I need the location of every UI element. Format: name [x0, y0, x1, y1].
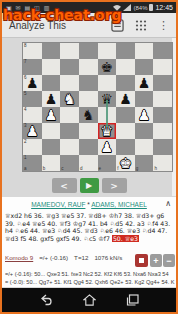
piece-white-g4: ♟ — [135, 107, 154, 123]
players-header: MAMEDOV, RAUF * ADAMS, MICHAEL — [0, 201, 178, 208]
autoplay-button[interactable]: ▶ — [80, 178, 99, 193]
square-e6[interactable] — [98, 75, 117, 91]
square-d1[interactable]: d — [79, 155, 98, 171]
square-h6[interactable] — [153, 75, 172, 91]
square-c4[interactable] — [60, 107, 79, 123]
square-f8[interactable] — [116, 43, 135, 59]
square-g6[interactable]: ♟ — [135, 75, 154, 91]
square-b8[interactable] — [42, 43, 61, 59]
clock: 12:45 — [155, 4, 173, 11]
black-player-name[interactable]: ADAMS, MICHAEL — [91, 201, 147, 208]
piece-black-f5: ♟ — [116, 91, 135, 107]
rank-label-8: 8 — [24, 43, 27, 48]
square-h2[interactable] — [153, 139, 172, 155]
file-label-h: h — [154, 166, 157, 171]
piece-white-b4: ♟ — [42, 107, 61, 123]
square-a1[interactable]: 1a — [23, 155, 42, 171]
square-d4[interactable]: ♞ — [79, 107, 98, 123]
board-margin-strip — [172, 37, 176, 196]
square-b7[interactable] — [42, 59, 61, 75]
engine-remove-line-button[interactable]: − — [163, 254, 175, 267]
file-label-g: g — [136, 166, 139, 171]
square-e7[interactable]: ♚ — [98, 59, 117, 75]
square-f2[interactable] — [116, 139, 135, 155]
square-d7[interactable] — [79, 59, 98, 75]
prev-move-button[interactable]: < — [52, 178, 77, 193]
engine-depth: T=12 — [74, 254, 88, 261]
square-g7[interactable] — [135, 59, 154, 75]
square-c1[interactable]: c — [60, 155, 79, 171]
square-f4[interactable] — [116, 107, 135, 123]
square-h1[interactable]: h — [153, 155, 172, 171]
rank-label-1: 1 — [24, 155, 27, 160]
square-a5[interactable]: 5 — [23, 91, 42, 107]
chess-board[interactable]: 87♚6♟♟5♟♞♛♟4♟♞♟3♟♛2♟1abcdef♚gh — [23, 43, 172, 171]
engine-move-line — [106, 100, 108, 127]
square-c8[interactable] — [60, 43, 79, 59]
recents-icon[interactable] — [126, 294, 139, 306]
square-a7[interactable]: 7 — [23, 59, 42, 75]
square-h8[interactable] — [153, 43, 172, 59]
square-e2[interactable]: ♟ — [98, 139, 117, 155]
players-separator: * — [87, 201, 90, 208]
square-a6[interactable]: 6♟ — [23, 75, 42, 91]
square-h4[interactable] — [153, 107, 172, 123]
square-e8[interactable] — [98, 43, 117, 59]
battery-percent: (84% — [133, 5, 147, 11]
rank-label-7: 7 — [24, 59, 27, 64]
square-c6[interactable] — [60, 75, 79, 91]
engine-line-1[interactable]: =/+ (-0.16): 50... Qxe3 51. fxe3 Nc2 52.… — [5, 271, 175, 277]
square-g1[interactable]: g — [135, 155, 154, 171]
rank-label-2: 2 — [24, 139, 27, 144]
engine-name-link[interactable]: Komodo 9 — [5, 254, 33, 261]
overflow-menu-icon[interactable]: ⋮ — [158, 20, 169, 31]
square-d6[interactable] — [79, 75, 98, 91]
engine-add-line-button[interactable]: + — [150, 254, 162, 267]
square-c5[interactable]: ♞ — [60, 91, 79, 107]
piece-black-d4: ♞ — [79, 107, 98, 123]
square-a4[interactable]: 4 — [23, 107, 42, 123]
rank-label-4: 4 — [24, 107, 27, 112]
square-a2[interactable]: 2 — [23, 139, 42, 155]
signal-icon — [123, 4, 131, 11]
square-f7[interactable] — [116, 59, 135, 75]
square-b5[interactable]: ♟ — [42, 91, 61, 107]
home-icon[interactable] — [83, 294, 96, 306]
square-b3[interactable] — [42, 123, 61, 139]
square-h5[interactable] — [153, 91, 172, 107]
square-g5[interactable] — [135, 91, 154, 107]
collapse-chevron-icon[interactable]: ∧ — [165, 199, 171, 208]
back-icon[interactable] — [40, 294, 53, 306]
android-nav-bar — [2, 288, 176, 312]
square-a8[interactable]: 8 — [23, 43, 42, 59]
square-c7[interactable] — [60, 59, 79, 75]
square-h7[interactable] — [153, 59, 172, 75]
square-b1[interactable]: b — [42, 155, 61, 171]
square-g3[interactable] — [135, 123, 154, 139]
square-d5[interactable] — [79, 91, 98, 107]
square-d3[interactable] — [79, 123, 98, 139]
engine-header: Komodo 9 =/+ (-0.16) T=12 1076 kN/s — [5, 254, 122, 261]
piece-white-f1: ♚ — [116, 155, 135, 171]
engine-speed: 1076 kN/s — [94, 254, 122, 261]
engine-line-2[interactable]: = (-0.0): 50... Qg7+ 51. Kf1 Qg4 52. Qxh… — [5, 279, 175, 285]
square-d2[interactable] — [79, 139, 98, 155]
square-h3[interactable] — [153, 123, 172, 139]
square-c3[interactable] — [60, 123, 79, 139]
phone-screen: ▣ ✉ ▤ ◫ ▥ (84% 12:45 hack-cheat.org Anal… — [0, 0, 178, 314]
battery-icon — [149, 4, 153, 11]
rank-label-5: 5 — [24, 91, 27, 96]
file-label-c: c — [61, 166, 63, 171]
file-label-e: e — [99, 166, 102, 171]
piece-black-g6: ♟ — [135, 75, 154, 91]
file-label-d: d — [80, 166, 83, 171]
square-d8[interactable] — [79, 43, 98, 59]
square-e1[interactable]: e — [98, 155, 117, 171]
square-f1[interactable]: f♚ — [116, 155, 135, 171]
moves-text: ♕xd2 h6 36. ♕g3 ♕e5 37. ♕d8+ ♔h7 38. ♕d3… — [5, 212, 170, 242]
square-f3[interactable] — [116, 123, 135, 139]
piece-black-a6: ♟ — [23, 75, 42, 91]
move-controls: < ▶ > — [0, 178, 178, 193]
piece-white-c5: ♞ — [60, 91, 79, 107]
piece-black-e7: ♚ — [98, 59, 117, 75]
piece-black-b5: ♟ — [42, 91, 61, 107]
square-a3[interactable]: 3♟ — [23, 123, 42, 139]
current-move[interactable]: 50. ♕e3 — [112, 235, 139, 242]
square-g4[interactable]: ♟ — [135, 107, 154, 123]
piece-white-e2: ♟ — [98, 139, 117, 155]
engine-stop-button[interactable] — [135, 254, 148, 267]
square-f5[interactable]: ♟ — [116, 91, 135, 107]
watermark-text: hack-cheat.org — [3, 7, 122, 23]
square-g2[interactable] — [135, 139, 154, 155]
file-label-b: b — [43, 166, 46, 171]
square-c2[interactable] — [60, 139, 79, 155]
engine-eval: =/+ (-0.16) — [39, 254, 68, 261]
square-b4[interactable]: ♟ — [42, 107, 61, 123]
stop-icon — [139, 258, 144, 263]
white-player-name[interactable]: MAMEDOV, RAUF — [31, 201, 85, 208]
file-label-a: a — [24, 166, 27, 171]
apps-grid-icon[interactable] — [135, 19, 147, 32]
square-g8[interactable] — [135, 43, 154, 59]
square-b2[interactable] — [42, 139, 61, 155]
square-f6[interactable] — [116, 75, 135, 91]
next-move-button[interactable]: > — [102, 178, 127, 193]
piece-white-a3: ♟ — [23, 123, 42, 139]
move-list[interactable]: ♕xd2 h6 36. ♕g3 ♕e5 37. ♕d8+ ♔h7 38. ♕d3… — [5, 212, 173, 243]
square-b6[interactable] — [42, 75, 61, 91]
